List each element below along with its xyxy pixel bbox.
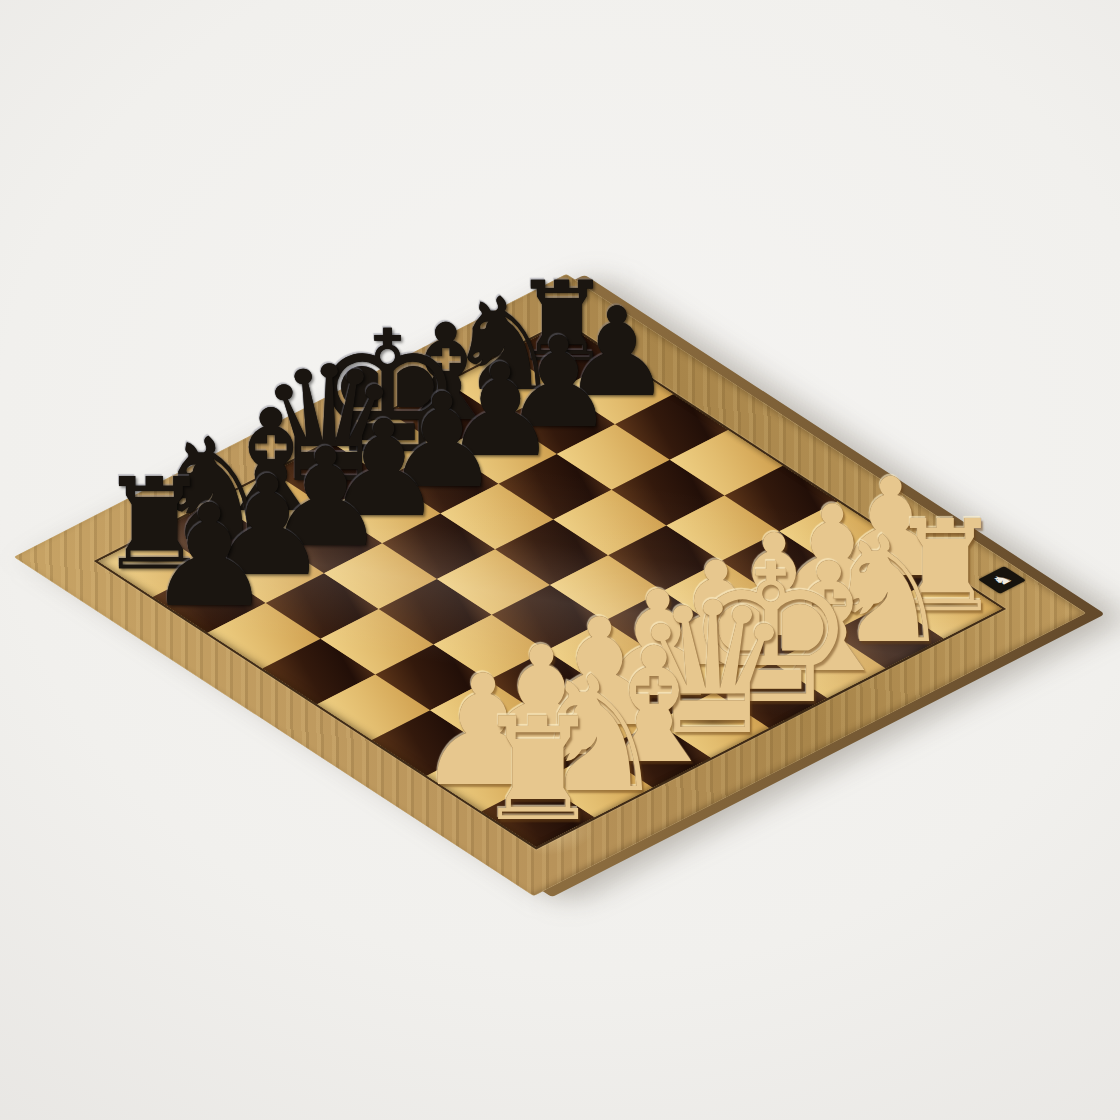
- square-a7[interactable]: ♟: [153, 567, 266, 633]
- chessboard: ♜♞♝♛♚♝♞♜♟♟♟♟♟♟♟♟♟♟♟♟♟♟♟♟♜♞♝♛♚♝♞♜: [98, 323, 1002, 847]
- playing-area: ♜♞♝♛♚♝♞♜♟♟♟♟♟♟♟♟♟♟♟♟♟♟♟♟♜♞♝♛♚♝♞♜: [98, 323, 1002, 847]
- white-rook-icon: ♜: [388, 699, 688, 841]
- chessboard-3d: ♞ ♜♞♝♛♚♝♞♜♟♟♟♟♟♟♟♟♟♟♟♟♟♟♟♟♜♞♝♛♚♝♞♜: [13, 274, 1086, 897]
- square-a1[interactable]: ♜: [481, 782, 594, 848]
- black-pawn-icon: ♟: [59, 486, 359, 627]
- studio-scene: ♞ ♜♞♝♛♚♝♞♜♟♟♟♟♟♟♟♟♟♟♟♟♟♟♟♟♜♞♝♛♚♝♞♜: [0, 0, 1120, 1120]
